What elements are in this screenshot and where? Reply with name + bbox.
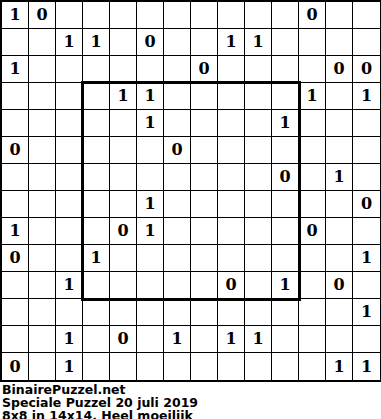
cell-r13c1[interactable] — [29, 353, 56, 380]
cell-r13c4[interactable] — [110, 353, 137, 380]
cell-r11c5[interactable] — [137, 299, 164, 326]
cell-r6c2[interactable] — [56, 164, 83, 191]
cell-r11c7[interactable] — [191, 299, 218, 326]
cell-r7c6[interactable] — [164, 191, 191, 218]
cell-r9c3: 1 — [83, 245, 110, 272]
cell-r0c12[interactable] — [326, 2, 353, 29]
cell-r8c11: 0 — [299, 218, 326, 245]
cell-r8c2[interactable] — [56, 218, 83, 245]
cell-r1c5: 0 — [137, 29, 164, 56]
cell-r5c12[interactable] — [326, 137, 353, 164]
cell-r5c10[interactable] — [272, 137, 299, 164]
cell-r0c11: 0 — [299, 2, 326, 29]
cell-r2c11[interactable] — [299, 56, 326, 83]
cell-r10c10: 1 — [272, 272, 299, 299]
cell-r4c13[interactable] — [353, 110, 380, 137]
cell-r11c0[interactable] — [2, 299, 29, 326]
cell-r2c0: 1 — [2, 56, 29, 83]
cell-r0c5[interactable] — [137, 2, 164, 29]
cell-r12c10[interactable] — [272, 326, 299, 353]
cell-r2c6[interactable] — [164, 56, 191, 83]
footer: BinairePuzzel.net Speciale Puzzel 20 jul… — [0, 382, 381, 419]
cell-r9c10[interactable] — [272, 245, 299, 272]
cell-r2c4[interactable] — [110, 56, 137, 83]
cell-r12c1[interactable] — [29, 326, 56, 353]
cell-r2c12: 0 — [326, 56, 353, 83]
cell-r13c0: 0 — [2, 353, 29, 380]
cell-r12c13[interactable] — [353, 326, 380, 353]
cell-r9c4[interactable] — [110, 245, 137, 272]
cell-r9c5[interactable] — [137, 245, 164, 272]
cell-r8c1[interactable] — [29, 218, 56, 245]
cell-r9c1[interactable] — [29, 245, 56, 272]
cell-r9c12[interactable] — [326, 245, 353, 272]
cell-r9c6[interactable] — [164, 245, 191, 272]
cell-r7c13: 0 — [353, 191, 380, 218]
cell-r7c2[interactable] — [56, 191, 83, 218]
cell-r1c0[interactable] — [2, 29, 29, 56]
cell-r3c8[interactable] — [218, 83, 245, 110]
cell-r7c9[interactable] — [245, 191, 272, 218]
cell-r0c1: 0 — [29, 2, 56, 29]
cell-r6c7[interactable] — [191, 164, 218, 191]
cell-r2c5[interactable] — [137, 56, 164, 83]
cell-r13c13: 1 — [353, 353, 380, 380]
cell-r11c8[interactable] — [218, 299, 245, 326]
cell-r6c6[interactable] — [164, 164, 191, 191]
cell-r7c8[interactable] — [218, 191, 245, 218]
cell-r1c9: 1 — [245, 29, 272, 56]
cell-r10c7[interactable] — [191, 272, 218, 299]
cell-r10c6[interactable] — [164, 272, 191, 299]
cell-r9c0: 0 — [2, 245, 29, 272]
cell-r7c0[interactable] — [2, 191, 29, 218]
cell-r1c8: 1 — [218, 29, 245, 56]
cell-r7c1[interactable] — [29, 191, 56, 218]
cell-r8c10[interactable] — [272, 218, 299, 245]
cell-r10c2: 1 — [56, 272, 83, 299]
cell-r1c13[interactable] — [353, 29, 380, 56]
cell-r10c8: 0 — [218, 272, 245, 299]
cell-r3c0[interactable] — [2, 83, 29, 110]
cell-r2c1[interactable] — [29, 56, 56, 83]
cell-r9c7[interactable] — [191, 245, 218, 272]
cell-r12c8: 1 — [218, 326, 245, 353]
cell-r0c8[interactable] — [218, 2, 245, 29]
cell-r3c7[interactable] — [191, 83, 218, 110]
cell-r1c7[interactable] — [191, 29, 218, 56]
cell-r12c3[interactable] — [83, 326, 110, 353]
cell-r5c4[interactable] — [110, 137, 137, 164]
cell-r3c10[interactable] — [272, 83, 299, 110]
cell-r1c11[interactable] — [299, 29, 326, 56]
cell-r1c10[interactable] — [272, 29, 299, 56]
cell-r3c4: 1 — [110, 83, 137, 110]
cell-r1c3: 1 — [83, 29, 110, 56]
cell-r8c7[interactable] — [191, 218, 218, 245]
cell-r5c1[interactable] — [29, 137, 56, 164]
cell-r10c12: 0 — [326, 272, 353, 299]
cell-r10c4[interactable] — [110, 272, 137, 299]
cell-r4c7[interactable] — [191, 110, 218, 137]
cell-r11c4[interactable] — [110, 299, 137, 326]
cell-r0c2[interactable] — [56, 2, 83, 29]
cell-r2c7: 0 — [191, 56, 218, 83]
cell-r2c10[interactable] — [272, 56, 299, 83]
cell-r4c0[interactable] — [2, 110, 29, 137]
cell-r5c9[interactable] — [245, 137, 272, 164]
cell-r5c5[interactable] — [137, 137, 164, 164]
cell-r10c13[interactable] — [353, 272, 380, 299]
cell-r7c4[interactable] — [110, 191, 137, 218]
cell-r9c9[interactable] — [245, 245, 272, 272]
cell-r0c13[interactable] — [353, 2, 380, 29]
cell-r8c9[interactable] — [245, 218, 272, 245]
cell-r4c3[interactable] — [83, 110, 110, 137]
cell-r1c1[interactable] — [29, 29, 56, 56]
cell-r13c7[interactable] — [191, 353, 218, 380]
cell-r6c13[interactable] — [353, 164, 380, 191]
cell-r12c12[interactable] — [326, 326, 353, 353]
cell-r0c6[interactable] — [164, 2, 191, 29]
cell-r10c5[interactable] — [137, 272, 164, 299]
cell-r8c0: 1 — [2, 218, 29, 245]
cell-r4c1[interactable] — [29, 110, 56, 137]
cell-r8c4: 0 — [110, 218, 137, 245]
cell-r10c0[interactable] — [2, 272, 29, 299]
cell-r12c5[interactable] — [137, 326, 164, 353]
cell-r3c13: 1 — [353, 83, 380, 110]
cell-r3c11: 1 — [299, 83, 326, 110]
cell-r3c5: 1 — [137, 83, 164, 110]
cell-r5c8[interactable] — [218, 137, 245, 164]
cell-r5c13[interactable] — [353, 137, 380, 164]
cell-r13c10[interactable] — [272, 353, 299, 380]
cell-r10c11[interactable] — [299, 272, 326, 299]
cell-r8c3[interactable] — [83, 218, 110, 245]
cell-r11c9[interactable] — [245, 299, 272, 326]
cell-r10c3[interactable] — [83, 272, 110, 299]
cell-r13c9[interactable] — [245, 353, 272, 380]
cell-r9c13: 1 — [353, 245, 380, 272]
cell-r11c6[interactable] — [164, 299, 191, 326]
cell-r11c3[interactable] — [83, 299, 110, 326]
cell-r5c0: 0 — [2, 137, 29, 164]
cell-r0c4[interactable] — [110, 2, 137, 29]
cell-r1c2: 1 — [56, 29, 83, 56]
cell-r3c9[interactable] — [245, 83, 272, 110]
cell-r6c12: 1 — [326, 164, 353, 191]
cell-r6c4[interactable] — [110, 164, 137, 191]
footer-puzzle-info: 8x8 in 14x14, Heel moeilijk — [2, 409, 381, 419]
cell-r13c8[interactable] — [218, 353, 245, 380]
cell-r0c3[interactable] — [83, 2, 110, 29]
cell-r9c11[interactable] — [299, 245, 326, 272]
cell-r5c7[interactable] — [191, 137, 218, 164]
cell-r9c2[interactable] — [56, 245, 83, 272]
cell-r13c3[interactable] — [83, 353, 110, 380]
cell-r4c5: 1 — [137, 110, 164, 137]
cell-r0c7[interactable] — [191, 2, 218, 29]
cell-r11c12[interactable] — [326, 299, 353, 326]
cell-r12c2: 1 — [56, 326, 83, 353]
cell-r4c6[interactable] — [164, 110, 191, 137]
cell-r11c1[interactable] — [29, 299, 56, 326]
cell-r0c0: 1 — [2, 2, 29, 29]
cell-r12c6: 1 — [164, 326, 191, 353]
cell-r12c11[interactable] — [299, 326, 326, 353]
cell-r11c10[interactable] — [272, 299, 299, 326]
cell-r13c2: 1 — [56, 353, 83, 380]
cell-r7c7[interactable] — [191, 191, 218, 218]
cell-r2c13: 0 — [353, 56, 380, 83]
cell-r11c2[interactable] — [56, 299, 83, 326]
binary-puzzle-page: 1001101110001111110001101010011101011011… — [0, 0, 381, 419]
cell-r12c9: 1 — [245, 326, 272, 353]
cell-r8c5: 1 — [137, 218, 164, 245]
cell-r4c4[interactable] — [110, 110, 137, 137]
binary-puzzle-board: 1001101110001111110001101010011101011011… — [0, 0, 381, 382]
cell-r12c7[interactable] — [191, 326, 218, 353]
cell-r4c9[interactable] — [245, 110, 272, 137]
cell-r6c8[interactable] — [218, 164, 245, 191]
cell-r6c1[interactable] — [29, 164, 56, 191]
cell-r4c8[interactable] — [218, 110, 245, 137]
cell-r2c9[interactable] — [245, 56, 272, 83]
cell-r7c3[interactable] — [83, 191, 110, 218]
cell-r6c11[interactable] — [299, 164, 326, 191]
cell-r7c11[interactable] — [299, 191, 326, 218]
cell-r6c10: 0 — [272, 164, 299, 191]
cell-r7c10[interactable] — [272, 191, 299, 218]
cell-r4c12[interactable] — [326, 110, 353, 137]
cell-r3c12[interactable] — [326, 83, 353, 110]
cell-r4c2[interactable] — [56, 110, 83, 137]
cell-r5c11[interactable] — [299, 137, 326, 164]
cell-r13c12: 1 — [326, 353, 353, 380]
cell-r5c2[interactable] — [56, 137, 83, 164]
cell-r10c9[interactable] — [245, 272, 272, 299]
cell-r8c12[interactable] — [326, 218, 353, 245]
cell-r8c13[interactable] — [353, 218, 380, 245]
cell-r3c3[interactable] — [83, 83, 110, 110]
cell-r13c11[interactable] — [299, 353, 326, 380]
cell-r5c3[interactable] — [83, 137, 110, 164]
cell-r2c3[interactable] — [83, 56, 110, 83]
cell-r11c13: 1 — [353, 299, 380, 326]
cell-r0c9[interactable] — [245, 2, 272, 29]
cell-r1c12[interactable] — [326, 29, 353, 56]
cell-r7c12[interactable] — [326, 191, 353, 218]
cell-r2c2[interactable] — [56, 56, 83, 83]
cell-r6c5[interactable] — [137, 164, 164, 191]
cell-r7c5: 1 — [137, 191, 164, 218]
cell-r9c8[interactable] — [218, 245, 245, 272]
cell-r0c10[interactable] — [272, 2, 299, 29]
cell-r10c1[interactable] — [29, 272, 56, 299]
cell-r6c0[interactable] — [2, 164, 29, 191]
cell-r4c10: 1 — [272, 110, 299, 137]
cell-r12c4: 0 — [110, 326, 137, 353]
cell-r1c6[interactable] — [164, 29, 191, 56]
cell-r2c8[interactable] — [218, 56, 245, 83]
cell-r8c8[interactable] — [218, 218, 245, 245]
cell-r5c6: 0 — [164, 137, 191, 164]
cell-r8c6[interactable] — [164, 218, 191, 245]
cell-r12c0[interactable] — [2, 326, 29, 353]
cell-r4c11[interactable] — [299, 110, 326, 137]
cell-r3c2[interactable] — [56, 83, 83, 110]
cell-r6c3[interactable] — [83, 164, 110, 191]
cell-r3c6[interactable] — [164, 83, 191, 110]
cell-r13c5[interactable] — [137, 353, 164, 380]
cell-r3c1[interactable] — [29, 83, 56, 110]
cell-r6c9[interactable] — [245, 164, 272, 191]
cell-r13c6[interactable] — [164, 353, 191, 380]
cell-r1c4[interactable] — [110, 29, 137, 56]
cell-r11c11[interactable] — [299, 299, 326, 326]
